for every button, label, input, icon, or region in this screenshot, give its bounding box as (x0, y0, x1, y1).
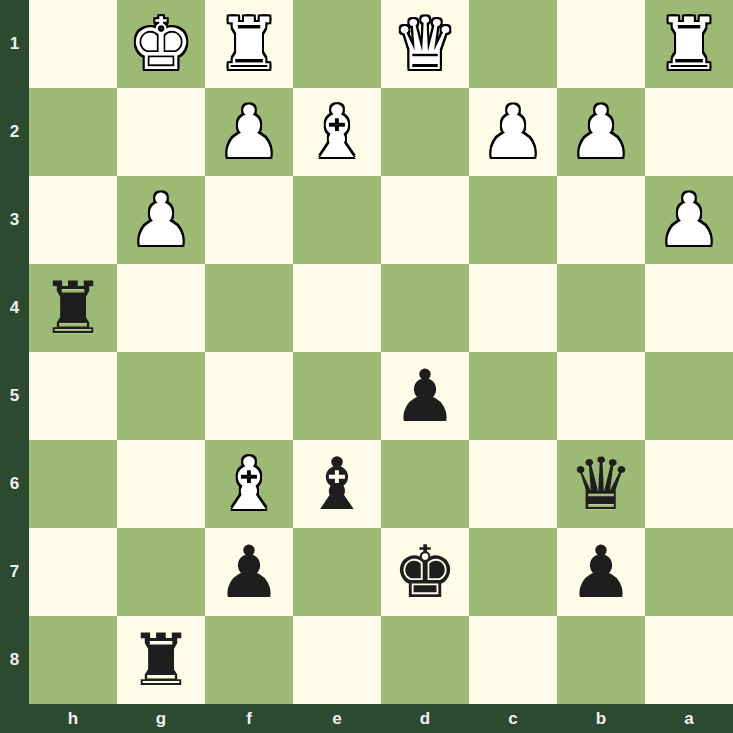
file-label-g: g (117, 704, 205, 733)
square-a1[interactable]: ♜ (645, 0, 733, 88)
square-h4[interactable]: ♜ (29, 264, 117, 352)
square-d5[interactable]: ♟ (381, 352, 469, 440)
rank-label-5: 5 (0, 352, 29, 440)
square-h6[interactable] (29, 440, 117, 528)
white-pawn-c2[interactable]: ♟ (481, 88, 546, 176)
rank-label-7: 7 (0, 528, 29, 616)
chess-board-frame: 12345678 ♚♜♛♜♟♝♟♟♟♟♜♟♝♝♛♟♚♟♜ hgfedcba (0, 0, 733, 733)
square-b2[interactable]: ♟ (557, 88, 645, 176)
square-f6[interactable]: ♝ (205, 440, 293, 528)
file-label-h: h (29, 704, 117, 733)
square-d3[interactable] (381, 176, 469, 264)
square-e2[interactable]: ♝ (293, 88, 381, 176)
white-bishop-f6[interactable]: ♝ (217, 440, 282, 528)
white-rook-a1[interactable]: ♜ (657, 0, 722, 88)
square-f5[interactable] (205, 352, 293, 440)
square-h7[interactable] (29, 528, 117, 616)
square-d4[interactable] (381, 264, 469, 352)
black-king-d7[interactable]: ♚ (393, 528, 458, 616)
square-c1[interactable] (469, 0, 557, 88)
square-f1[interactable]: ♜ (205, 0, 293, 88)
white-pawn-g3[interactable]: ♟ (129, 176, 194, 264)
file-label-b: b (557, 704, 645, 733)
file-labels: hgfedcba (29, 704, 733, 733)
square-d2[interactable] (381, 88, 469, 176)
rank-label-6: 6 (0, 440, 29, 528)
square-f4[interactable] (205, 264, 293, 352)
square-e6[interactable]: ♝ (293, 440, 381, 528)
square-b5[interactable] (557, 352, 645, 440)
square-c4[interactable] (469, 264, 557, 352)
square-g7[interactable] (117, 528, 205, 616)
square-a6[interactable] (645, 440, 733, 528)
white-king-g1[interactable]: ♚ (129, 0, 194, 88)
white-pawn-b2[interactable]: ♟ (569, 88, 634, 176)
black-pawn-b7[interactable]: ♟ (569, 528, 634, 616)
square-b1[interactable] (557, 0, 645, 88)
square-f7[interactable]: ♟ (205, 528, 293, 616)
black-rook-g8[interactable]: ♜ (129, 616, 194, 704)
square-f8[interactable] (205, 616, 293, 704)
white-rook-f1[interactable]: ♜ (217, 0, 282, 88)
square-g1[interactable]: ♚ (117, 0, 205, 88)
square-e8[interactable] (293, 616, 381, 704)
file-label-a: a (645, 704, 733, 733)
square-b8[interactable] (557, 616, 645, 704)
square-a8[interactable] (645, 616, 733, 704)
square-h5[interactable] (29, 352, 117, 440)
square-a2[interactable] (645, 88, 733, 176)
square-c8[interactable] (469, 616, 557, 704)
square-d1[interactable]: ♛ (381, 0, 469, 88)
square-f3[interactable] (205, 176, 293, 264)
square-e1[interactable] (293, 0, 381, 88)
rank-label-1: 1 (0, 0, 29, 88)
file-label-f: f (205, 704, 293, 733)
square-d6[interactable] (381, 440, 469, 528)
square-c6[interactable] (469, 440, 557, 528)
square-g4[interactable] (117, 264, 205, 352)
square-e4[interactable] (293, 264, 381, 352)
white-queen-d1[interactable]: ♛ (393, 0, 458, 88)
black-rook-h4[interactable]: ♜ (41, 264, 106, 352)
square-e3[interactable] (293, 176, 381, 264)
square-a3[interactable]: ♟ (645, 176, 733, 264)
white-pawn-a3[interactable]: ♟ (657, 176, 722, 264)
square-b7[interactable]: ♟ (557, 528, 645, 616)
black-pawn-d5[interactable]: ♟ (393, 352, 458, 440)
board: ♚♜♛♜♟♝♟♟♟♟♜♟♝♝♛♟♚♟♜ (29, 0, 733, 704)
square-g3[interactable]: ♟ (117, 176, 205, 264)
square-c7[interactable] (469, 528, 557, 616)
square-c5[interactable] (469, 352, 557, 440)
square-b4[interactable] (557, 264, 645, 352)
square-h3[interactable] (29, 176, 117, 264)
square-g6[interactable] (117, 440, 205, 528)
square-a5[interactable] (645, 352, 733, 440)
white-pawn-f2[interactable]: ♟ (217, 88, 282, 176)
square-h2[interactable] (29, 88, 117, 176)
white-bishop-e2[interactable]: ♝ (305, 88, 370, 176)
square-g2[interactable] (117, 88, 205, 176)
square-c3[interactable] (469, 176, 557, 264)
rank-label-4: 4 (0, 264, 29, 352)
black-bishop-e6[interactable]: ♝ (305, 440, 370, 528)
square-b6[interactable]: ♛ (557, 440, 645, 528)
square-c2[interactable]: ♟ (469, 88, 557, 176)
square-d8[interactable] (381, 616, 469, 704)
file-label-e: e (293, 704, 381, 733)
rank-label-8: 8 (0, 616, 29, 704)
rank-label-2: 2 (0, 88, 29, 176)
square-g5[interactable] (117, 352, 205, 440)
square-g8[interactable]: ♜ (117, 616, 205, 704)
square-d7[interactable]: ♚ (381, 528, 469, 616)
square-b3[interactable] (557, 176, 645, 264)
square-h1[interactable] (29, 0, 117, 88)
square-h8[interactable] (29, 616, 117, 704)
square-a7[interactable] (645, 528, 733, 616)
file-label-d: d (381, 704, 469, 733)
black-pawn-f7[interactable]: ♟ (217, 528, 282, 616)
square-f2[interactable]: ♟ (205, 88, 293, 176)
rank-labels: 12345678 (0, 0, 29, 704)
file-label-c: c (469, 704, 557, 733)
black-queen-b6[interactable]: ♛ (569, 440, 634, 528)
rank-label-3: 3 (0, 176, 29, 264)
square-e5[interactable] (293, 352, 381, 440)
square-a4[interactable] (645, 264, 733, 352)
square-e7[interactable] (293, 528, 381, 616)
